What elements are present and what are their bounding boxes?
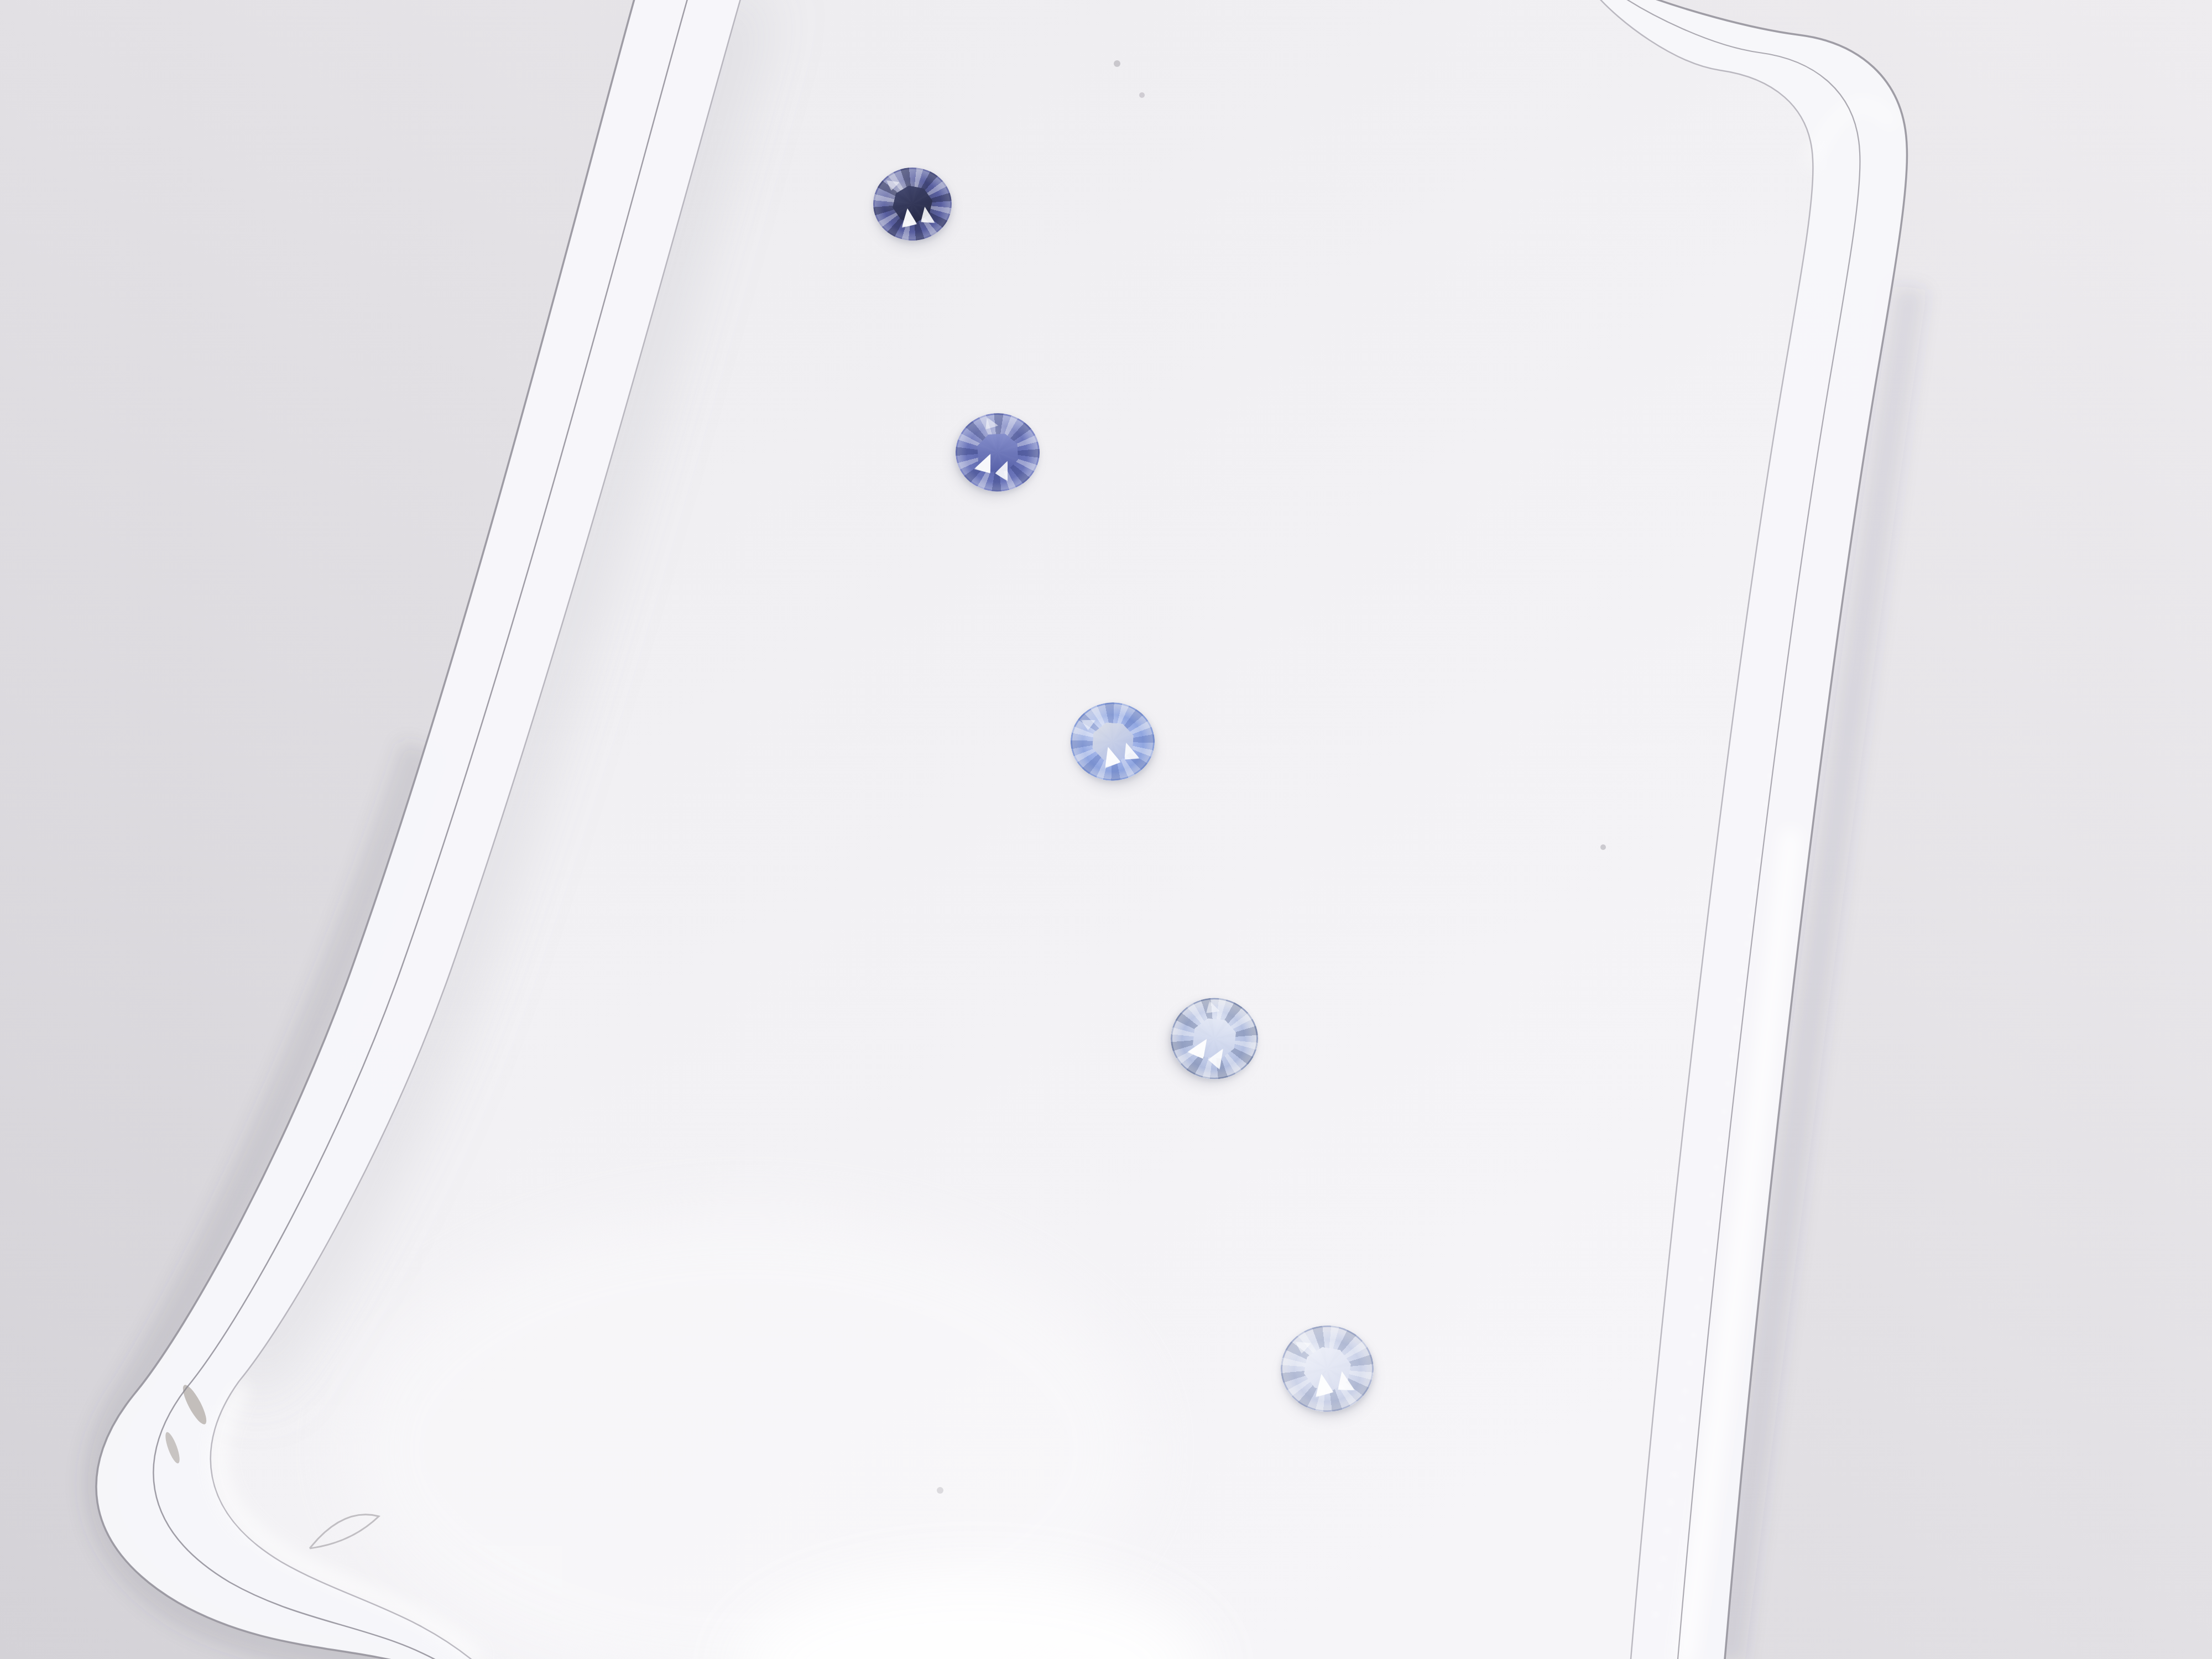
gem-1 [869,164,956,244]
photo-stage [0,0,2212,1659]
gem-5 [1275,1320,1380,1417]
gem-3 [1062,694,1164,789]
gem-2 [942,400,1053,504]
gem-4 [1154,982,1275,1094]
gems-layer [0,0,2212,1659]
